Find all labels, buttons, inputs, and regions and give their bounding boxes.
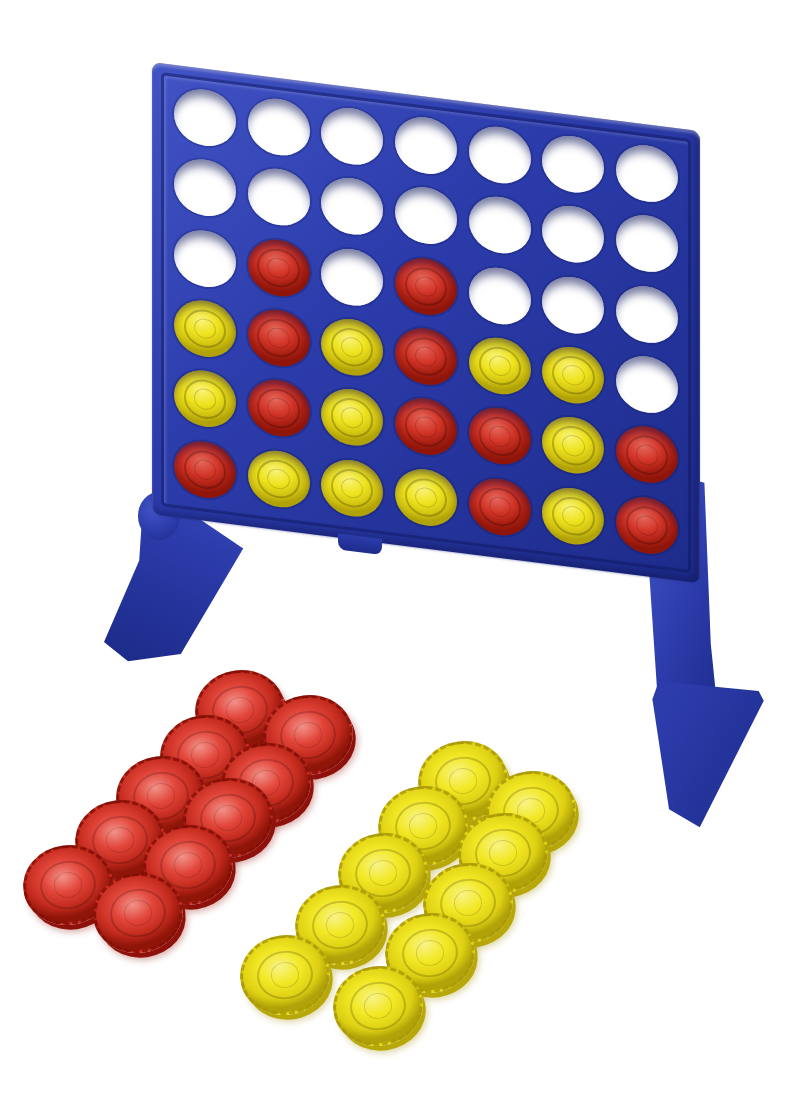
cell-r1-c6 bbox=[537, 125, 611, 205]
empty-hole bbox=[321, 245, 383, 309]
cell-r1-c7 bbox=[610, 134, 684, 214]
cell-r1-c3 bbox=[315, 97, 389, 177]
cell-r2-c2 bbox=[242, 158, 316, 238]
cell-r4-c2 bbox=[242, 298, 316, 378]
yellow-tray-checker-5 bbox=[333, 827, 433, 919]
yellow-disc bbox=[174, 367, 236, 431]
cell-r3-c2 bbox=[242, 228, 316, 308]
red-tray-checker-1 bbox=[190, 664, 290, 756]
cell-r2-c3 bbox=[315, 167, 389, 247]
cell-r1-c2 bbox=[242, 87, 316, 167]
yellow-tray-checker-3 bbox=[373, 780, 473, 872]
yellow-tray-checker-4 bbox=[453, 807, 553, 899]
cell-r4-c1 bbox=[168, 289, 242, 369]
empty-hole bbox=[542, 132, 604, 196]
yellow-disc bbox=[321, 386, 383, 450]
empty-hole bbox=[616, 353, 678, 417]
red-tray-checker-4 bbox=[216, 737, 316, 829]
cell-r4-c6 bbox=[537, 336, 611, 416]
empty-hole bbox=[616, 142, 678, 206]
cell-r5-c2 bbox=[242, 369, 316, 449]
cell-r1-c4 bbox=[389, 106, 463, 186]
red-disc bbox=[616, 423, 678, 487]
empty-hole bbox=[542, 203, 604, 267]
cell-r6-c1 bbox=[168, 430, 242, 510]
yellow-tray-checker-8 bbox=[380, 907, 480, 999]
right-leg-foot bbox=[646, 670, 774, 832]
red-disc bbox=[616, 493, 678, 557]
cell-r6-c2 bbox=[242, 439, 316, 519]
cell-r4-c3 bbox=[315, 308, 389, 388]
red-tray-checker-2 bbox=[258, 689, 358, 781]
cell-r5-c6 bbox=[537, 406, 611, 486]
yellow-tray-checker-1 bbox=[413, 735, 513, 827]
empty-hole bbox=[248, 95, 310, 159]
cell-r2-c6 bbox=[537, 195, 611, 275]
yellow-tray-checker-9 bbox=[235, 929, 335, 1021]
empty-hole bbox=[469, 264, 531, 328]
cell-r1-c5 bbox=[463, 115, 537, 195]
cell-r2-c4 bbox=[389, 176, 463, 256]
red-tray-checker-9 bbox=[18, 839, 118, 931]
cell-r3-c4 bbox=[389, 247, 463, 327]
red-disc bbox=[469, 475, 531, 539]
cell-r5-c3 bbox=[315, 378, 389, 458]
yellow-disc bbox=[248, 447, 310, 511]
empty-hole bbox=[174, 156, 236, 220]
empty-hole bbox=[174, 227, 236, 291]
yellow-tray-checker-2 bbox=[481, 765, 581, 857]
red-disc bbox=[248, 306, 310, 370]
cell-r2-c7 bbox=[610, 204, 684, 284]
empty-hole bbox=[395, 114, 457, 178]
cell-r6-c7 bbox=[610, 486, 684, 566]
red-disc bbox=[395, 325, 457, 389]
cell-r4-c5 bbox=[463, 326, 537, 406]
cell-r4-c4 bbox=[389, 317, 463, 397]
yellow-tray-checker-6 bbox=[418, 857, 518, 949]
red-disc bbox=[395, 255, 457, 319]
yellow-tray-checker-10 bbox=[328, 960, 428, 1052]
cell-r6-c3 bbox=[315, 448, 389, 528]
game-board bbox=[152, 62, 700, 583]
cell-r4-c7 bbox=[610, 345, 684, 425]
empty-hole bbox=[616, 212, 678, 276]
red-tray-checker-5 bbox=[111, 750, 211, 842]
yellow-disc bbox=[395, 466, 457, 530]
empty-hole bbox=[321, 175, 383, 239]
board-bottom-tab bbox=[338, 534, 382, 556]
yellow-disc bbox=[542, 484, 604, 548]
board-grid bbox=[168, 78, 684, 565]
empty-hole bbox=[395, 184, 457, 248]
yellow-tray-checker-7 bbox=[290, 879, 390, 971]
cell-r5-c4 bbox=[389, 387, 463, 467]
red-tray-checker-8 bbox=[138, 819, 238, 911]
yellow-disc bbox=[321, 316, 383, 380]
yellow-disc bbox=[542, 343, 604, 407]
cell-r2-c5 bbox=[463, 186, 537, 266]
yellow-disc bbox=[542, 414, 604, 478]
empty-hole bbox=[542, 273, 604, 337]
empty-hole bbox=[469, 123, 531, 187]
red-tray-checker-6 bbox=[178, 772, 278, 864]
yellow-disc bbox=[321, 456, 383, 520]
cell-r6-c4 bbox=[389, 458, 463, 538]
red-disc bbox=[395, 395, 457, 459]
empty-hole bbox=[616, 282, 678, 346]
cell-r3-c6 bbox=[537, 265, 611, 345]
cell-r6-c6 bbox=[537, 476, 611, 556]
cell-r2-c1 bbox=[168, 148, 242, 228]
cell-r3-c1 bbox=[168, 219, 242, 299]
empty-hole bbox=[469, 193, 531, 257]
cell-r3-c3 bbox=[315, 237, 389, 317]
cell-r1-c1 bbox=[168, 78, 242, 158]
red-tray-checker-10 bbox=[88, 867, 188, 959]
cell-r3-c5 bbox=[463, 256, 537, 336]
red-tray-checker-3 bbox=[155, 709, 255, 801]
yellow-disc bbox=[174, 297, 236, 361]
red-disc bbox=[469, 404, 531, 468]
red-disc bbox=[174, 438, 236, 502]
cell-r3-c7 bbox=[610, 275, 684, 355]
empty-hole bbox=[174, 86, 236, 150]
empty-hole bbox=[321, 105, 383, 169]
empty-hole bbox=[248, 166, 310, 230]
cell-r5-c1 bbox=[168, 359, 242, 439]
cell-r5-c7 bbox=[610, 415, 684, 495]
cell-r5-c5 bbox=[463, 397, 537, 477]
red-disc bbox=[248, 377, 310, 441]
red-tray-checker-7 bbox=[70, 794, 170, 886]
red-disc bbox=[248, 236, 310, 300]
cell-r6-c5 bbox=[463, 467, 537, 547]
connect-four-product-photo bbox=[0, 0, 800, 1096]
yellow-disc bbox=[469, 334, 531, 398]
